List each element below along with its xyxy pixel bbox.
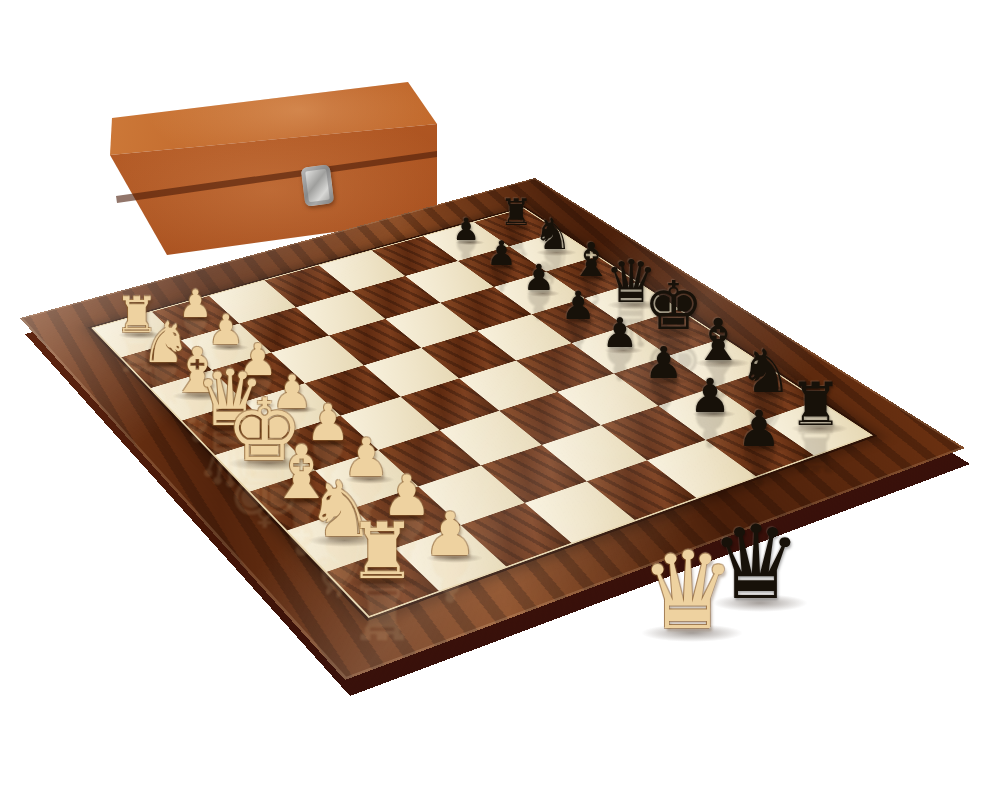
- chess-set-photo: ♜♜♞♞♝♝♛♛♚♚♝♝♞♞♜♜♟♟♟♟♟♟♟♟♟♟♟♟♟♟♟♟♟♟♟♟♟♟♟♟…: [0, 0, 1000, 800]
- piece-black-queen-offboard-shadow: [712, 594, 809, 611]
- box-clasp: [301, 164, 335, 206]
- board-gloss-sheen: [20, 178, 965, 680]
- piece-white-queen-offboard-shadow: [641, 624, 743, 642]
